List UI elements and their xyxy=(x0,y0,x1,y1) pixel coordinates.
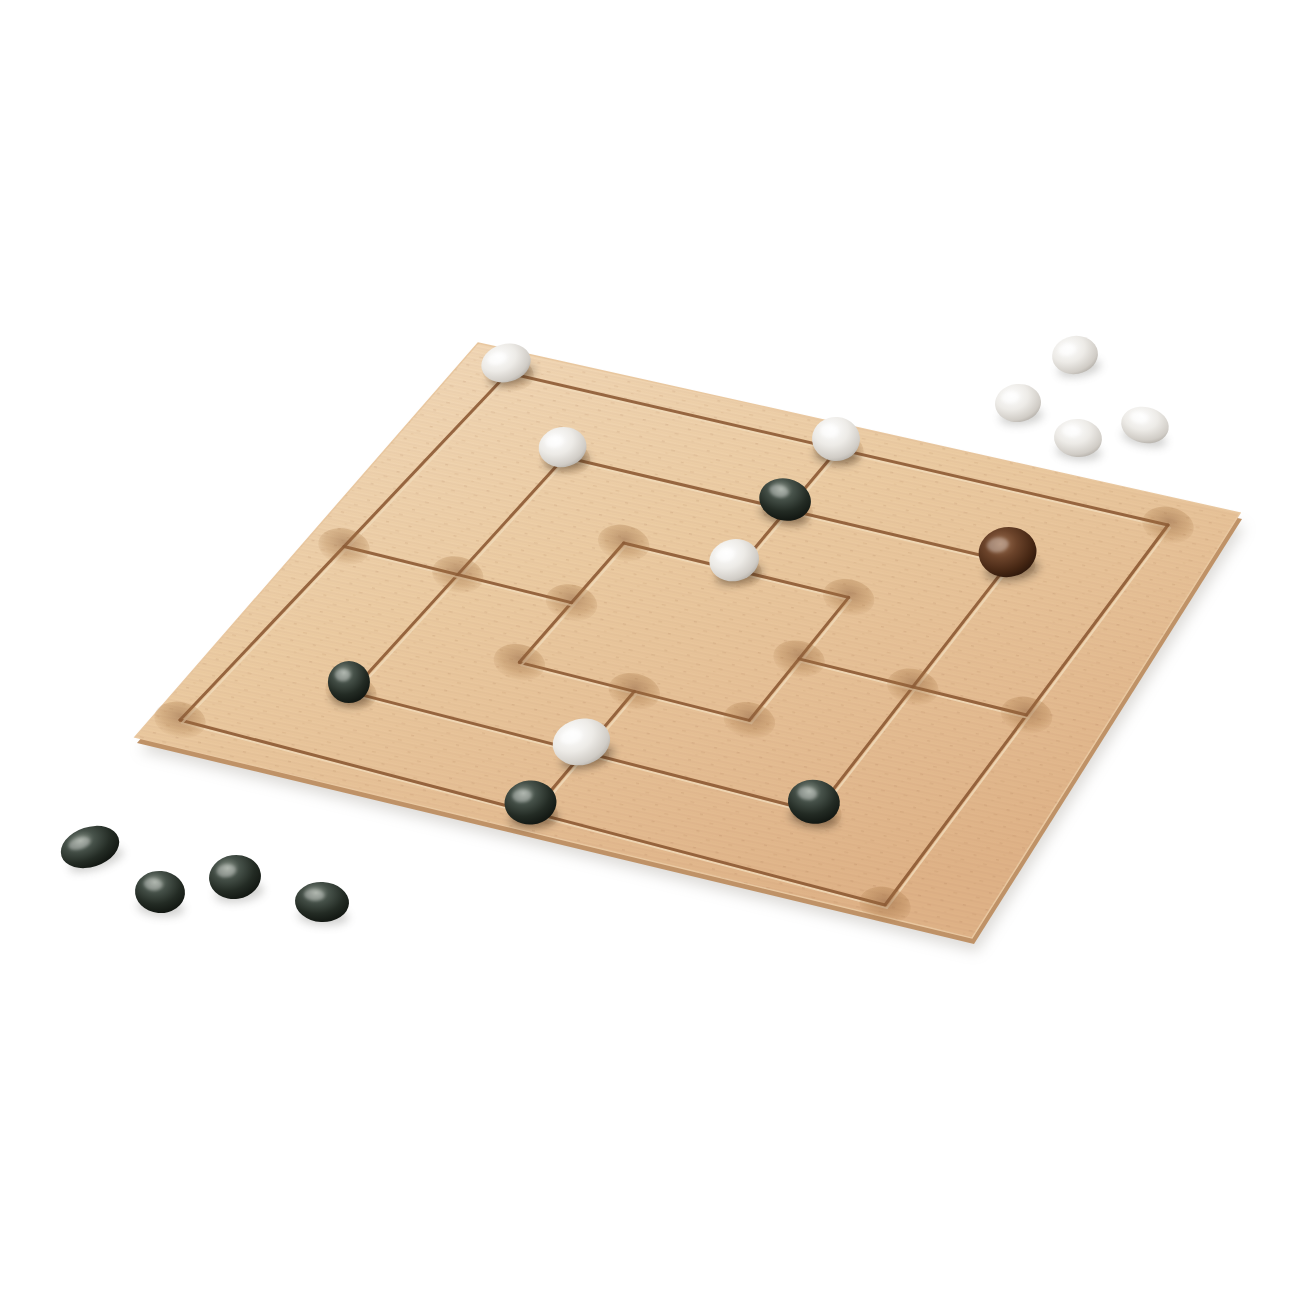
stone-black-in-hand-2[interactable] xyxy=(133,869,188,919)
stone-black-in-hand-1[interactable] xyxy=(55,819,126,879)
stone-black-in-hand-4[interactable] xyxy=(294,881,351,927)
stone-body xyxy=(55,819,124,876)
board-scene xyxy=(0,0,1300,1300)
stone-white-in-hand-1[interactable] xyxy=(1049,332,1102,381)
stone-white-in-hand-2[interactable] xyxy=(993,382,1044,428)
stone-highlight xyxy=(335,669,351,682)
mill-board-photo xyxy=(0,0,1300,1300)
stone-body xyxy=(328,661,370,703)
stone-black-in-hand-3[interactable] xyxy=(206,851,265,906)
stone-white-in-hand-4[interactable] xyxy=(1117,402,1173,450)
stone-white-in-hand-3[interactable] xyxy=(1052,417,1104,462)
